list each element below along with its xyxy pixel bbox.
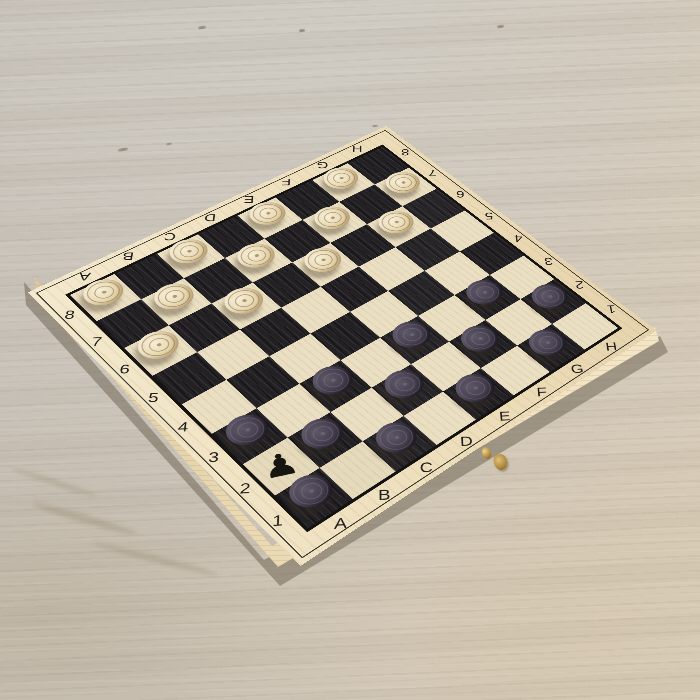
rank-label-left-1: 1 [272,513,284,529]
rank-label-right-6: 6 [456,190,465,199]
rank-label-left-8: 8 [64,309,76,321]
rank-label-right-4: 4 [514,234,523,244]
rank-label-right-1: 1 [606,304,616,315]
rank-label-left-3: 3 [208,450,220,464]
file-label-top-c: C [163,232,176,243]
wood-knot [118,147,128,152]
file-label-bottom-e: E [499,409,512,422]
rank-label-right-3: 3 [544,256,554,266]
file-label-bottom-d: D [460,434,474,448]
file-label-bottom-b: B [378,487,391,502]
rank-label-right-5: 5 [484,211,493,221]
rank-label-left-2: 2 [239,481,251,496]
wood-knot [299,29,305,33]
rank-label-left-7: 7 [91,335,103,347]
brass-clasp [478,444,514,474]
file-label-top-e: E [243,195,254,205]
file-label-bottom-a: A [334,515,347,531]
clasp-plate [492,453,509,472]
rank-label-right-8: 8 [401,148,409,157]
file-label-top-d: D [204,213,217,223]
photo-scene: ♟ AABBCCDDEEFFGGHH8877665544332211 [0,0,700,700]
file-label-top-a: A [78,271,92,282]
clasp-knob [480,446,493,460]
rank-label-right-7: 7 [428,169,437,178]
file-label-top-f: F [281,178,291,187]
wood-knot [497,25,504,29]
wood-knot [372,125,378,128]
file-label-top-h: H [352,145,363,154]
file-label-bottom-h: H [605,340,618,352]
rank-label-right-2: 2 [575,280,585,291]
file-label-bottom-c: C [419,460,433,474]
file-label-bottom-g: G [570,362,584,374]
rank-label-left-4: 4 [177,420,189,434]
pawn-logo-icon: ♟ [259,447,303,484]
wood-knot [198,25,206,29]
file-label-bottom-f: F [536,385,548,398]
file-label-top-b: B [121,251,134,262]
rank-label-left-6: 6 [119,362,131,375]
wood-grain-streak [31,500,139,538]
file-label-top-g: G [316,161,328,170]
wood-grain-streak [11,466,98,499]
wood-grain-streak [91,540,219,577]
rank-label-left-5: 5 [147,391,159,404]
wood-knot [166,143,172,146]
